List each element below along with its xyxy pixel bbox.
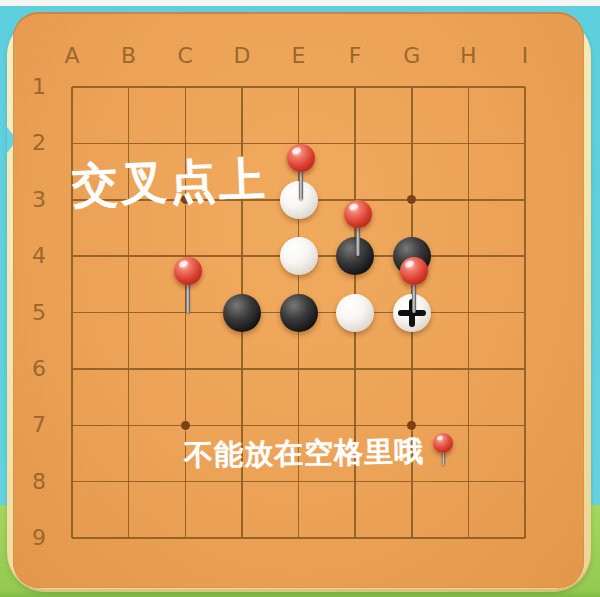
row-label: 7 xyxy=(24,413,54,437)
column-label: B xyxy=(114,44,144,68)
stone-black[interactable] xyxy=(223,294,261,332)
column-label: G xyxy=(397,44,427,68)
pin-icon xyxy=(174,257,202,285)
grid-line-horizontal xyxy=(72,537,525,539)
grid-line-vertical xyxy=(524,87,526,538)
row-label: 8 xyxy=(24,470,54,494)
stone-white[interactable] xyxy=(280,237,318,275)
caption-text: 不能放在空格里哦 xyxy=(184,432,425,476)
go-tutorial-screen: ABCDEFGHI123456789 交叉点上 不能放在空格里哦 xyxy=(0,0,600,597)
column-label: A xyxy=(57,44,87,68)
pin-icon xyxy=(344,200,372,228)
grid-line-horizontal xyxy=(72,368,525,370)
star-point xyxy=(407,195,416,204)
column-label: C xyxy=(170,44,200,68)
pin-gloss xyxy=(436,435,443,441)
small-pin-icon xyxy=(433,433,453,453)
row-label: 1 xyxy=(24,75,54,99)
pin-gloss xyxy=(178,259,189,268)
row-label: 9 xyxy=(24,526,54,550)
column-label: I xyxy=(510,44,540,68)
pin-icon xyxy=(400,257,428,285)
row-label: 5 xyxy=(24,301,54,325)
stone-black[interactable] xyxy=(280,294,318,332)
pin-gloss xyxy=(404,259,415,268)
grid-line-vertical xyxy=(468,87,470,538)
stone-white[interactable] xyxy=(336,294,374,332)
row-label: 6 xyxy=(24,357,54,381)
pin-icon xyxy=(287,144,315,172)
pin-gloss xyxy=(348,203,359,212)
grid-line-horizontal xyxy=(72,481,525,483)
column-label: H xyxy=(453,44,483,68)
row-label: 3 xyxy=(24,188,54,212)
star-point xyxy=(407,421,416,430)
pin-gloss xyxy=(291,146,302,155)
star-point xyxy=(181,421,190,430)
column-label: D xyxy=(227,44,257,68)
column-label: F xyxy=(340,44,370,68)
headline-text: 交叉点上 xyxy=(71,149,269,218)
row-label: 2 xyxy=(24,131,54,155)
row-label: 4 xyxy=(24,244,54,268)
column-label: E xyxy=(284,44,314,68)
grid-line-horizontal xyxy=(72,425,525,427)
board-layer: ABCDEFGHI123456789 xyxy=(0,0,600,597)
